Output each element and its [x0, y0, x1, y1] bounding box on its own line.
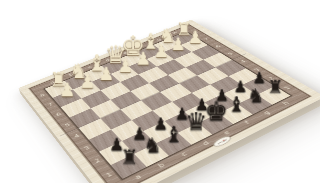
white-pawn[interactable]: ♟ — [51, 57, 84, 98]
chess-board: ♜♞♝♛♚♝♞♜♟♟♟♟♟♟♟♟♟♟♟♟♟♟♟♟♜♞♝♛♚♝♞♜ aabbccd… — [19, 19, 320, 183]
chess-set-photo: ♜♞♝♛♚♝♞♜♟♟♟♟♟♟♟♟♟♟♟♟♟♟♟♟♜♞♝♛♚♝♞♜ aabbccd… — [0, 0, 320, 183]
pieces-layer: ♜♞♝♛♚♝♞♜♟♟♟♟♟♟♟♟♟♟♟♟♟♟♟♟♜♞♝♛♚♝♞♜ — [19, 19, 320, 183]
black-rook[interactable]: ♜ — [109, 117, 149, 167]
